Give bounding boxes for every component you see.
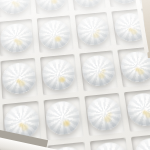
gem-stone [80, 54, 116, 87]
tray-cell [89, 137, 132, 150]
gem-stone [0, 0, 30, 15]
gem-stone [133, 137, 150, 150]
gem-stone [119, 51, 150, 84]
tray-cell [40, 54, 78, 94]
tray-cell [74, 12, 112, 49]
gem-stone [0, 22, 33, 53]
tray-cell [1, 58, 38, 99]
gem-stone [38, 19, 72, 50]
gem-stone [2, 62, 37, 95]
tray-cell [79, 51, 118, 91]
gem-tray-photo [0, 0, 150, 150]
tray-cell [70, 0, 106, 11]
tray-grid [0, 0, 150, 150]
gem-stone [41, 58, 76, 91]
tray-cell [0, 19, 34, 57]
tray-cell [131, 133, 150, 150]
gem-stone [35, 0, 68, 11]
tray-cell [84, 92, 125, 135]
tray-cell [0, 0, 31, 18]
gem-stone [91, 141, 130, 150]
tray-cell [37, 16, 74, 54]
tray-cell [117, 47, 150, 87]
gem-stone [45, 100, 82, 136]
tray-cell [43, 96, 83, 140]
gem-stone [126, 92, 150, 127]
gem-stone [71, 0, 104, 8]
gem-stone [76, 15, 111, 45]
tray-cell [34, 0, 69, 14]
tray-cell [124, 88, 150, 131]
gem-stone [85, 96, 123, 131]
